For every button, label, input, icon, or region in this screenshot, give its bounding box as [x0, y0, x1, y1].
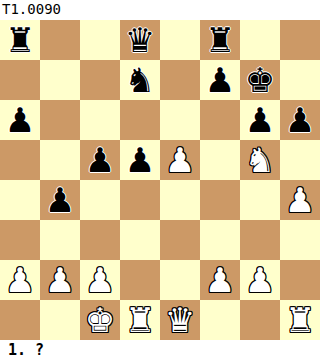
square-h1[interactable]: ♜	[280, 300, 320, 340]
square-g5[interactable]: ♞	[240, 140, 280, 180]
square-f7[interactable]: ♟	[200, 60, 240, 100]
square-g4[interactable]	[240, 180, 280, 220]
square-g1[interactable]	[240, 300, 280, 340]
square-c5[interactable]: ♟	[80, 140, 120, 180]
square-h8[interactable]	[280, 20, 320, 60]
square-d7[interactable]: ♞	[120, 60, 160, 100]
square-d4[interactable]	[120, 180, 160, 220]
square-d3[interactable]	[120, 220, 160, 260]
black-pawn[interactable]: ♟	[80, 140, 120, 180]
white-king[interactable]: ♚	[80, 300, 120, 340]
white-pawn[interactable]: ♟	[280, 180, 320, 220]
square-b3[interactable]	[40, 220, 80, 260]
square-f5[interactable]	[200, 140, 240, 180]
square-c2[interactable]: ♟	[80, 260, 120, 300]
square-f8[interactable]: ♜	[200, 20, 240, 60]
square-c3[interactable]	[80, 220, 120, 260]
square-c7[interactable]	[80, 60, 120, 100]
black-king[interactable]: ♚	[240, 60, 280, 100]
square-b6[interactable]	[40, 100, 80, 140]
square-e8[interactable]	[160, 20, 200, 60]
square-b1[interactable]	[40, 300, 80, 340]
square-e7[interactable]	[160, 60, 200, 100]
white-pawn[interactable]: ♟	[40, 260, 80, 300]
square-c6[interactable]	[80, 100, 120, 140]
square-e5[interactable]: ♟	[160, 140, 200, 180]
square-g6[interactable]: ♟	[240, 100, 280, 140]
square-f4[interactable]	[200, 180, 240, 220]
square-a7[interactable]	[0, 60, 40, 100]
square-d5[interactable]: ♟	[120, 140, 160, 180]
square-c4[interactable]	[80, 180, 120, 220]
square-b5[interactable]	[40, 140, 80, 180]
square-e6[interactable]	[160, 100, 200, 140]
square-g3[interactable]	[240, 220, 280, 260]
white-pawn[interactable]: ♟	[0, 260, 40, 300]
square-f2[interactable]: ♟	[200, 260, 240, 300]
square-d6[interactable]	[120, 100, 160, 140]
move-prompt: 1. ?	[0, 340, 320, 360]
white-pawn[interactable]: ♟	[240, 260, 280, 300]
white-rook[interactable]: ♜	[280, 300, 320, 340]
black-pawn[interactable]: ♟	[120, 140, 160, 180]
square-a8[interactable]: ♜	[0, 20, 40, 60]
square-f6[interactable]	[200, 100, 240, 140]
square-h4[interactable]: ♟	[280, 180, 320, 220]
black-pawn[interactable]: ♟	[40, 180, 80, 220]
square-e2[interactable]	[160, 260, 200, 300]
square-a2[interactable]: ♟	[0, 260, 40, 300]
square-g8[interactable]	[240, 20, 280, 60]
square-a1[interactable]	[0, 300, 40, 340]
square-d8[interactable]: ♛	[120, 20, 160, 60]
square-h2[interactable]	[280, 260, 320, 300]
square-h6[interactable]: ♟	[280, 100, 320, 140]
chess-board: ♜♛♜♞♟♚♟♟♟♟♟♟♞♟♟♟♟♟♟♟♚♜♛♜	[0, 20, 320, 340]
white-knight[interactable]: ♞	[240, 140, 280, 180]
square-g2[interactable]: ♟	[240, 260, 280, 300]
square-d1[interactable]: ♜	[120, 300, 160, 340]
puzzle-title: T1.0090	[0, 0, 320, 20]
square-c8[interactable]	[80, 20, 120, 60]
square-e4[interactable]	[160, 180, 200, 220]
black-pawn[interactable]: ♟	[280, 100, 320, 140]
black-rook[interactable]: ♜	[200, 20, 240, 60]
black-queen[interactable]: ♛	[120, 20, 160, 60]
square-e1[interactable]: ♛	[160, 300, 200, 340]
black-rook[interactable]: ♜	[0, 20, 40, 60]
square-a5[interactable]	[0, 140, 40, 180]
white-rook[interactable]: ♜	[120, 300, 160, 340]
square-b8[interactable]	[40, 20, 80, 60]
white-pawn[interactable]: ♟	[80, 260, 120, 300]
square-f3[interactable]	[200, 220, 240, 260]
square-a6[interactable]: ♟	[0, 100, 40, 140]
square-d2[interactable]	[120, 260, 160, 300]
white-queen[interactable]: ♛	[160, 300, 200, 340]
square-b7[interactable]	[40, 60, 80, 100]
black-pawn[interactable]: ♟	[0, 100, 40, 140]
square-a4[interactable]	[0, 180, 40, 220]
square-b2[interactable]: ♟	[40, 260, 80, 300]
black-pawn[interactable]: ♟	[240, 100, 280, 140]
square-a3[interactable]	[0, 220, 40, 260]
square-h7[interactable]	[280, 60, 320, 100]
square-g7[interactable]: ♚	[240, 60, 280, 100]
square-h3[interactable]	[280, 220, 320, 260]
square-b4[interactable]: ♟	[40, 180, 80, 220]
white-pawn[interactable]: ♟	[200, 260, 240, 300]
square-c1[interactable]: ♚	[80, 300, 120, 340]
square-h5[interactable]	[280, 140, 320, 180]
black-knight[interactable]: ♞	[120, 60, 160, 100]
white-pawn[interactable]: ♟	[160, 140, 200, 180]
black-pawn[interactable]: ♟	[200, 60, 240, 100]
square-e3[interactable]	[160, 220, 200, 260]
square-f1[interactable]	[200, 300, 240, 340]
